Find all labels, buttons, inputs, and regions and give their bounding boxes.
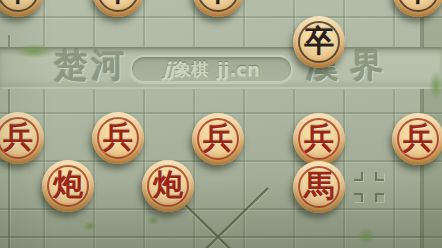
lighting-vignette xyxy=(0,0,442,248)
xiangqi-board[interactable]: 楚河漢界 jj象棋jj.cn 卒卒卒卒卒兵兵兵兵兵炮炮馬 xyxy=(0,0,442,248)
